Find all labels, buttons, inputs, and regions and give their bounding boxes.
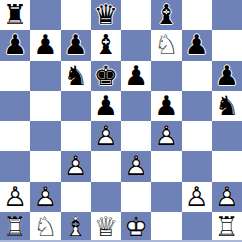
piece-white-queen[interactable]: ♛♕ [91,212,121,242]
piece-black-pawn[interactable]: ♟ [212,61,242,91]
piece-black-bishop[interactable]: ♝ [91,30,121,60]
square-h3[interactable] [212,151,242,181]
piece-white-pawn[interactable]: ♟♙ [0,182,30,212]
piece-black-pawn[interactable]: ♟ [182,30,212,60]
square-a1[interactable]: ♜♖ [0,212,30,242]
piece-white-pawn[interactable]: ♟♙ [121,151,151,181]
piece-white-bishop[interactable]: ♝♗ [61,212,91,242]
square-e8[interactable] [121,0,151,30]
square-f5[interactable]: ♟ [151,91,181,121]
piece-white-rook[interactable]: ♜♖ [0,212,30,242]
piece-black-knight[interactable]: ♞ [61,61,91,91]
square-d5[interactable]: ♟ [91,91,121,121]
piece-black-rook[interactable]: ♜ [0,0,30,30]
square-b3[interactable] [30,151,60,181]
square-h5[interactable]: ♞ [212,91,242,121]
square-h6[interactable]: ♟ [212,61,242,91]
square-b6[interactable] [30,61,60,91]
square-a2[interactable]: ♟♙ [0,182,30,212]
square-f1[interactable] [151,212,181,242]
square-e2[interactable] [121,182,151,212]
square-c7[interactable]: ♟ [61,30,91,60]
square-c3[interactable]: ♟♙ [61,151,91,181]
square-f4[interactable]: ♟♙ [151,121,181,151]
square-c2[interactable] [61,182,91,212]
square-e6[interactable]: ♟ [121,61,151,91]
square-g2[interactable]: ♟♙ [182,182,212,212]
piece-black-pawn[interactable]: ♟ [61,30,91,60]
square-e7[interactable] [121,30,151,60]
square-c4[interactable] [61,121,91,151]
piece-white-pawn[interactable]: ♟♙ [182,182,212,212]
piece-white-pawn[interactable]: ♟♙ [30,182,60,212]
square-c6[interactable]: ♞ [61,61,91,91]
piece-white-pawn[interactable]: ♟♙ [91,121,121,151]
square-f8[interactable]: ♝ [151,0,181,30]
square-b4[interactable] [30,121,60,151]
square-h1[interactable]: ♜♖ [212,212,242,242]
square-g5[interactable] [182,91,212,121]
piece-white-knight[interactable]: ♞♘ [151,30,181,60]
square-a6[interactable] [0,61,30,91]
square-d6[interactable]: ♚ [91,61,121,91]
square-g1[interactable] [182,212,212,242]
piece-black-queen[interactable]: ♛ [91,0,121,30]
piece-white-pawn[interactable]: ♟♙ [61,151,91,181]
square-d3[interactable] [91,151,121,181]
square-c8[interactable] [61,0,91,30]
piece-black-pawn[interactable]: ♟ [0,30,30,60]
square-f2[interactable] [151,182,181,212]
piece-white-rook[interactable]: ♜♖ [212,212,242,242]
piece-white-pawn[interactable]: ♟♙ [151,121,181,151]
piece-black-pawn[interactable]: ♟ [91,91,121,121]
square-e5[interactable] [121,91,151,121]
square-d4[interactable]: ♟♙ [91,121,121,151]
square-b1[interactable]: ♞♘ [30,212,60,242]
square-a7[interactable]: ♟ [0,30,30,60]
square-d1[interactable]: ♛♕ [91,212,121,242]
square-h8[interactable] [212,0,242,30]
square-f3[interactable] [151,151,181,181]
square-f7[interactable]: ♞♘ [151,30,181,60]
square-a5[interactable] [0,91,30,121]
square-d8[interactable]: ♛ [91,0,121,30]
chess-board: ♜♛♝♟♟♟♝♞♘♟♞♚♟♟♟♟♞♟♙♟♙♟♙♟♙♟♙♟♙♟♙♟♙♜♖♞♘♝♗♛… [0,0,242,242]
square-c5[interactable] [61,91,91,121]
piece-black-king[interactable]: ♚ [91,61,121,91]
square-g7[interactable]: ♟ [182,30,212,60]
square-g3[interactable] [182,151,212,181]
piece-white-king[interactable]: ♚♔ [121,212,151,242]
square-b7[interactable]: ♟ [30,30,60,60]
square-e1[interactable]: ♚♔ [121,212,151,242]
square-h2[interactable]: ♟♙ [212,182,242,212]
square-d2[interactable] [91,182,121,212]
piece-white-knight[interactable]: ♞♘ [30,212,60,242]
square-a3[interactable] [0,151,30,181]
square-g8[interactable] [182,0,212,30]
square-h7[interactable] [212,30,242,60]
square-h4[interactable] [212,121,242,151]
square-g4[interactable] [182,121,212,151]
piece-black-pawn[interactable]: ♟ [121,61,151,91]
square-a4[interactable] [0,121,30,151]
piece-black-bishop[interactable]: ♝ [151,0,181,30]
piece-black-knight[interactable]: ♞ [212,91,242,121]
piece-white-pawn[interactable]: ♟♙ [212,182,242,212]
square-g6[interactable] [182,61,212,91]
square-e4[interactable] [121,121,151,151]
square-f6[interactable] [151,61,181,91]
square-d7[interactable]: ♝ [91,30,121,60]
square-c1[interactable]: ♝♗ [61,212,91,242]
square-b2[interactable]: ♟♙ [30,182,60,212]
square-e3[interactable]: ♟♙ [121,151,151,181]
square-b5[interactable] [30,91,60,121]
piece-black-pawn[interactable]: ♟ [30,30,60,60]
piece-black-pawn[interactable]: ♟ [151,91,181,121]
square-b8[interactable] [30,0,60,30]
square-a8[interactable]: ♜ [0,0,30,30]
